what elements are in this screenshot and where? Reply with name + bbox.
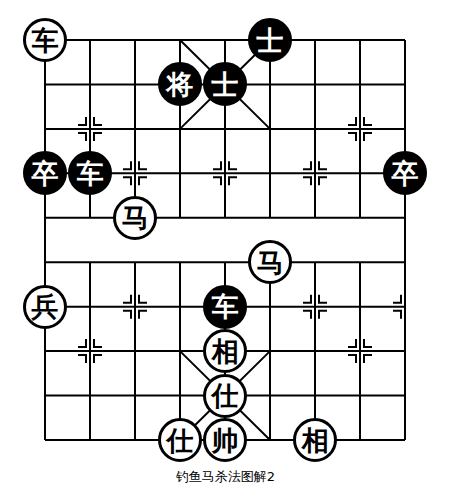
piece-black-士: 士 — [203, 62, 247, 106]
piece-black-卒: 卒 — [23, 151, 67, 195]
piece-red-马: 马 — [113, 196, 157, 240]
piece-black-将: 将 — [158, 62, 202, 106]
pieces-layer: 车士将士卒车卒马马兵车相仕仕帅相 — [0, 0, 451, 500]
xiangqi-diagram: 车士将士卒车卒马马兵车相仕仕帅相 钓鱼马杀法图解2 — [0, 0, 451, 500]
piece-red-车: 车 — [23, 18, 67, 62]
piece-black-士: 士 — [248, 18, 292, 62]
caption: 钓鱼马杀法图解2 — [0, 468, 451, 486]
piece-red-帅: 帅 — [203, 418, 247, 462]
piece-red-马: 马 — [248, 240, 292, 284]
piece-red-相: 相 — [203, 329, 247, 373]
piece-red-仕: 仕 — [203, 374, 247, 418]
piece-black-卒: 卒 — [383, 151, 427, 195]
piece-black-车: 车 — [68, 151, 112, 195]
piece-red-仕: 仕 — [158, 418, 202, 462]
piece-red-相: 相 — [293, 418, 337, 462]
piece-red-兵: 兵 — [23, 285, 67, 329]
piece-black-车: 车 — [203, 285, 247, 329]
